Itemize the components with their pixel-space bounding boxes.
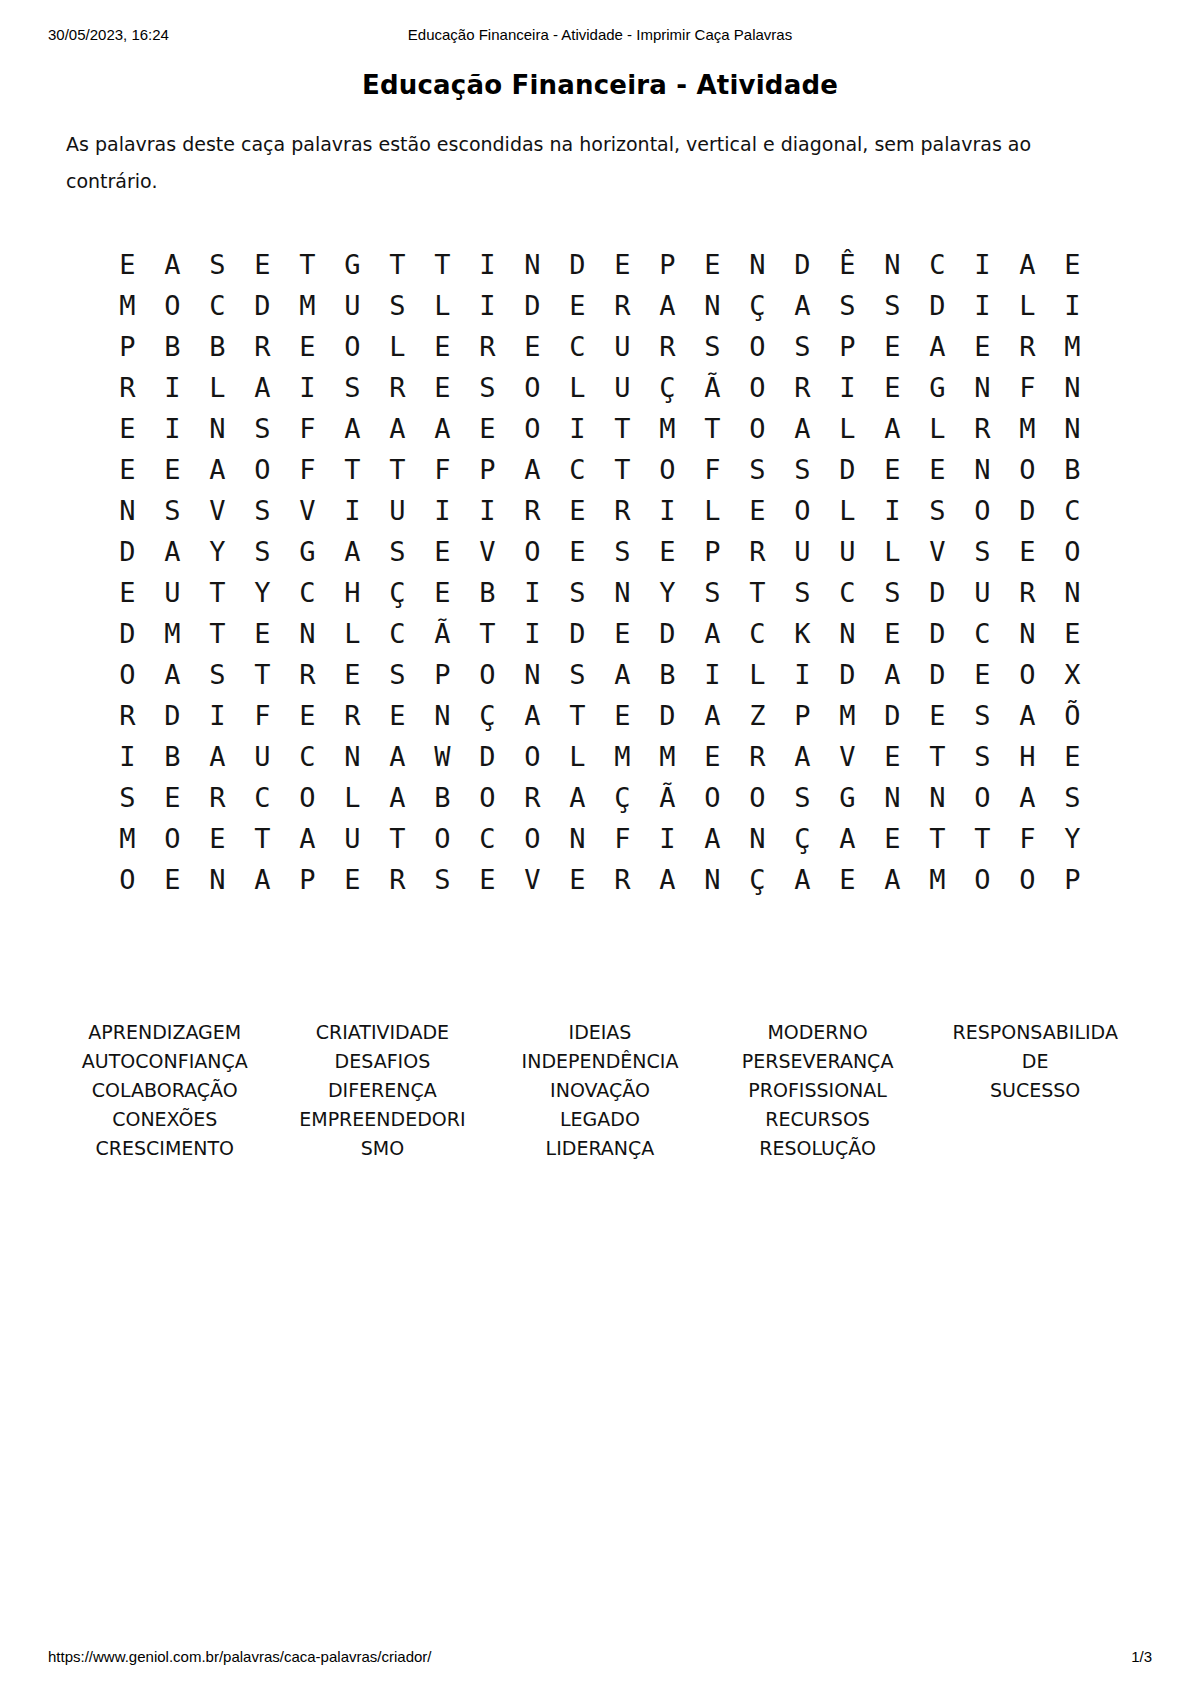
- grid-cell: D: [915, 572, 960, 613]
- grid-cell: T: [960, 818, 1005, 859]
- word-list-column: IDEIASINDEPENDÊNCIAINOVAÇÃOLEGADOLIDERAN…: [491, 1018, 709, 1163]
- word: DESAFIOS: [274, 1047, 492, 1076]
- instructions-line-1: As palavras deste caça palavras estão es…: [66, 126, 1134, 163]
- grid-cell: E: [915, 695, 960, 736]
- grid-cell: O: [105, 654, 150, 695]
- grid-cell: R: [780, 367, 825, 408]
- grid-cell: I: [465, 285, 510, 326]
- grid-cell: S: [870, 285, 915, 326]
- grid-cell: T: [420, 244, 465, 285]
- grid-cell: S: [780, 449, 825, 490]
- grid-cell: E: [915, 449, 960, 490]
- grid-cell: M: [285, 285, 330, 326]
- grid-cell: Ç: [735, 859, 780, 900]
- grid-cell: D: [105, 613, 150, 654]
- grid-cell: C: [555, 449, 600, 490]
- grid-cell: A: [780, 408, 825, 449]
- grid-cell: I: [825, 367, 870, 408]
- grid-cell: N: [510, 244, 555, 285]
- grid-cell: V: [825, 736, 870, 777]
- grid-cell: E: [870, 736, 915, 777]
- grid-cell: O: [150, 818, 195, 859]
- grid-cell: E: [150, 449, 195, 490]
- grid-cell: S: [375, 285, 420, 326]
- grid-cell: E: [420, 367, 465, 408]
- grid-cell: T: [915, 818, 960, 859]
- grid-cell: T: [330, 449, 375, 490]
- grid-cell: E: [600, 695, 645, 736]
- grid-cell: C: [285, 736, 330, 777]
- grid-cell: G: [285, 531, 330, 572]
- grid-cell: T: [600, 449, 645, 490]
- grid-cell: T: [735, 572, 780, 613]
- grid-cell: O: [735, 326, 780, 367]
- grid-cell: E: [690, 736, 735, 777]
- grid-cell: A: [1005, 695, 1050, 736]
- word: SUCESSO: [926, 1076, 1144, 1105]
- grid-cell: T: [600, 408, 645, 449]
- grid-cell: Y: [645, 572, 690, 613]
- word: CRIATIVIDADE: [274, 1018, 492, 1047]
- grid-cell: F: [1005, 367, 1050, 408]
- grid-cell: T: [195, 572, 240, 613]
- word: EMPREENDEDORI: [274, 1105, 492, 1134]
- grid-cell: S: [240, 531, 285, 572]
- grid-cell: I: [870, 490, 915, 531]
- grid-cell: M: [825, 695, 870, 736]
- grid-cell: E: [375, 695, 420, 736]
- grid-cell: E: [870, 818, 915, 859]
- grid-cell: P: [285, 859, 330, 900]
- grid-cell: I: [645, 490, 690, 531]
- grid-cell: L: [555, 736, 600, 777]
- grid-cell: A: [150, 244, 195, 285]
- grid-cell: O: [735, 408, 780, 449]
- grid-cell: A: [240, 859, 285, 900]
- grid-cell: N: [195, 859, 240, 900]
- grid-cell: C: [555, 326, 600, 367]
- word: INOVAÇÃO: [491, 1076, 709, 1105]
- word-list-column: APRENDIZAGEMAUTOCONFIANÇACOLABORAÇÃOCONE…: [56, 1018, 274, 1163]
- grid-cell: D: [1005, 490, 1050, 531]
- grid-cell: E: [600, 244, 645, 285]
- grid-cell: O: [285, 777, 330, 818]
- grid-cell: N: [330, 736, 375, 777]
- grid-cell: E: [555, 531, 600, 572]
- grid-cell: R: [645, 326, 690, 367]
- grid-cell: P: [825, 326, 870, 367]
- grid-cell: A: [600, 654, 645, 695]
- grid-cell: R: [1005, 572, 1050, 613]
- page-title: Educação Financeira - Atividade: [0, 0, 1200, 100]
- grid-cell: A: [780, 736, 825, 777]
- grid-cell: N: [420, 695, 465, 736]
- grid-cell: D: [555, 244, 600, 285]
- grid-cell: P: [645, 244, 690, 285]
- grid-cell: D: [105, 531, 150, 572]
- grid-cell: O: [420, 818, 465, 859]
- grid-cell: L: [330, 777, 375, 818]
- grid-cell: Y: [1050, 818, 1095, 859]
- grid-cell: A: [1005, 777, 1050, 818]
- grid-cell: N: [195, 408, 240, 449]
- grid-cell: R: [510, 490, 555, 531]
- grid-cell: U: [150, 572, 195, 613]
- grid-cell: A: [645, 285, 690, 326]
- grid-cell: O: [240, 449, 285, 490]
- grid-cell: D: [150, 695, 195, 736]
- grid-cell: S: [195, 654, 240, 695]
- grid-cell: R: [195, 777, 240, 818]
- grid-cell: F: [420, 449, 465, 490]
- grid-cell: S: [1050, 777, 1095, 818]
- grid-cell: V: [465, 531, 510, 572]
- grid-cell: L: [870, 531, 915, 572]
- grid-cell: A: [375, 777, 420, 818]
- word-list-column: MODERNOPERSEVERANÇAPROFISSIONALRECURSOSR…: [709, 1018, 927, 1163]
- grid-cell: E: [1050, 736, 1095, 777]
- grid-cell: I: [510, 613, 555, 654]
- grid-cell: T: [690, 408, 735, 449]
- grid-cell: F: [285, 408, 330, 449]
- grid-cell: T: [465, 613, 510, 654]
- page-number: 1/3: [1131, 1648, 1152, 1665]
- grid-cell: N: [735, 818, 780, 859]
- grid-cell: S: [150, 490, 195, 531]
- grid-cell: K: [780, 613, 825, 654]
- word-list-column: RESPONSABILIDADESUCESSO: [926, 1018, 1144, 1163]
- grid-cell: I: [645, 818, 690, 859]
- grid-cell: C: [960, 613, 1005, 654]
- grid-cell: I: [150, 367, 195, 408]
- grid-cell: E: [870, 449, 915, 490]
- word: COLABORAÇÃO: [56, 1076, 274, 1105]
- grid-cell: C: [195, 285, 240, 326]
- grid-cell: O: [1005, 859, 1050, 900]
- grid-cell: Ç: [645, 367, 690, 408]
- word-list-column: CRIATIVIDADEDESAFIOSDIFERENÇAEMPREENDEDO…: [274, 1018, 492, 1163]
- grid-cell: Ã: [645, 777, 690, 818]
- grid-cell: A: [195, 736, 240, 777]
- word: RECURSOS: [709, 1105, 927, 1134]
- grid-cell: E: [420, 326, 465, 367]
- grid-cell: C: [825, 572, 870, 613]
- grid-cell: W: [420, 736, 465, 777]
- grid-cell: R: [600, 490, 645, 531]
- grid-cell: A: [780, 859, 825, 900]
- grid-cell: C: [465, 818, 510, 859]
- word: APRENDIZAGEM: [56, 1018, 274, 1047]
- grid-cell: A: [555, 777, 600, 818]
- grid-cell: R: [510, 777, 555, 818]
- grid-cell: I: [510, 572, 555, 613]
- grid-cell: E: [285, 326, 330, 367]
- grid-cell: E: [105, 244, 150, 285]
- letter-grid: EASETGTTINDEPENDÊNCIAEMOCDMUSLIDERANÇASS…: [105, 244, 1095, 900]
- grid-cell: G: [330, 244, 375, 285]
- grid-cell: N: [105, 490, 150, 531]
- grid-cell: T: [195, 613, 240, 654]
- grid-cell: N: [690, 285, 735, 326]
- grid-cell: S: [375, 531, 420, 572]
- grid-cell: S: [195, 244, 240, 285]
- grid-cell: S: [960, 695, 1005, 736]
- grid-cell: E: [825, 859, 870, 900]
- grid-cell: L: [690, 490, 735, 531]
- grid-cell: M: [915, 859, 960, 900]
- grid-cell: V: [285, 490, 330, 531]
- word: LEGADO: [491, 1105, 709, 1134]
- grid-cell: S: [690, 572, 735, 613]
- grid-cell: S: [240, 490, 285, 531]
- grid-cell: S: [330, 367, 375, 408]
- grid-cell: B: [195, 326, 240, 367]
- grid-cell: A: [375, 408, 420, 449]
- grid-cell: G: [915, 367, 960, 408]
- grid-cell: R: [1005, 326, 1050, 367]
- grid-cell: P: [780, 695, 825, 736]
- grid-cell: O: [150, 285, 195, 326]
- grid-cell: I: [960, 244, 1005, 285]
- grid-cell: C: [915, 244, 960, 285]
- grid-cell: R: [240, 326, 285, 367]
- grid-cell: U: [825, 531, 870, 572]
- grid-cell: O: [645, 449, 690, 490]
- grid-cell: V: [510, 859, 555, 900]
- grid-cell: E: [870, 326, 915, 367]
- grid-cell: E: [105, 408, 150, 449]
- grid-cell: R: [105, 695, 150, 736]
- grid-cell: S: [555, 654, 600, 695]
- grid-cell: E: [420, 572, 465, 613]
- grid-cell: E: [960, 326, 1005, 367]
- grid-cell: T: [375, 244, 420, 285]
- grid-cell: E: [285, 695, 330, 736]
- grid-cell: R: [960, 408, 1005, 449]
- word: DE: [926, 1047, 1144, 1076]
- grid-cell: S: [960, 531, 1005, 572]
- grid-cell: N: [825, 613, 870, 654]
- grid-cell: I: [465, 244, 510, 285]
- grid-cell: H: [1005, 736, 1050, 777]
- grid-cell: A: [420, 408, 465, 449]
- grid-cell: F: [600, 818, 645, 859]
- grid-cell: O: [330, 326, 375, 367]
- grid-cell: E: [240, 244, 285, 285]
- grid-cell: L: [330, 613, 375, 654]
- grid-cell: S: [375, 654, 420, 695]
- grid-cell: N: [870, 244, 915, 285]
- grid-cell: A: [330, 408, 375, 449]
- grid-cell: S: [690, 326, 735, 367]
- print-header: 30/05/2023, 16:24 Educação Financeira - …: [48, 26, 1152, 46]
- grid-cell: S: [915, 490, 960, 531]
- grid-cell: L: [915, 408, 960, 449]
- grid-cell: N: [1050, 367, 1095, 408]
- grid-cell: A: [510, 695, 555, 736]
- grid-cell: D: [825, 654, 870, 695]
- grid-cell: L: [825, 490, 870, 531]
- grid-cell: X: [1050, 654, 1095, 695]
- grid-cell: Õ: [1050, 695, 1095, 736]
- grid-cell: E: [735, 490, 780, 531]
- grid-cell: R: [600, 859, 645, 900]
- grid-cell: I: [330, 490, 375, 531]
- grid-cell: T: [915, 736, 960, 777]
- grid-cell: A: [375, 736, 420, 777]
- grid-cell: N: [915, 777, 960, 818]
- grid-cell: C: [375, 613, 420, 654]
- grid-cell: O: [1050, 531, 1095, 572]
- grid-cell: H: [330, 572, 375, 613]
- grid-cell: N: [1050, 572, 1095, 613]
- grid-cell: E: [150, 777, 195, 818]
- grid-cell: N: [510, 654, 555, 695]
- grid-cell: E: [330, 654, 375, 695]
- word: SMO: [274, 1134, 492, 1163]
- grid-cell: Z: [735, 695, 780, 736]
- grid-cell: E: [465, 408, 510, 449]
- word: RESPONSABILIDA: [926, 1018, 1144, 1047]
- grid-cell: T: [375, 449, 420, 490]
- grid-cell: A: [330, 531, 375, 572]
- grid-cell: E: [150, 859, 195, 900]
- grid-cell: I: [690, 654, 735, 695]
- grid-cell: Ê: [825, 244, 870, 285]
- grid-cell: Ç: [465, 695, 510, 736]
- grid-cell: N: [555, 818, 600, 859]
- grid-cell: B: [150, 736, 195, 777]
- print-doc-title: Educação Financeira - Atividade - Imprim…: [48, 26, 1152, 43]
- grid-cell: N: [690, 859, 735, 900]
- grid-cell: O: [510, 367, 555, 408]
- grid-cell: M: [600, 736, 645, 777]
- grid-cell: E: [555, 285, 600, 326]
- grid-cell: I: [285, 367, 330, 408]
- grid-cell: Ç: [375, 572, 420, 613]
- grid-cell: B: [645, 654, 690, 695]
- grid-cell: G: [825, 777, 870, 818]
- grid-cell: E: [645, 531, 690, 572]
- grid-cell: M: [645, 408, 690, 449]
- grid-cell: O: [1005, 654, 1050, 695]
- grid-cell: A: [1005, 244, 1050, 285]
- grid-cell: Ã: [420, 613, 465, 654]
- grid-cell: N: [960, 449, 1005, 490]
- grid-cell: S: [600, 531, 645, 572]
- word: CRESCIMENTO: [56, 1134, 274, 1163]
- grid-cell: O: [1005, 449, 1050, 490]
- word: CONEXÕES: [56, 1105, 274, 1134]
- grid-cell: R: [600, 285, 645, 326]
- grid-cell: S: [420, 859, 465, 900]
- grid-cell: S: [735, 449, 780, 490]
- grid-cell: Y: [240, 572, 285, 613]
- grid-cell: U: [960, 572, 1005, 613]
- grid-cell: I: [465, 490, 510, 531]
- grid-cell: A: [150, 531, 195, 572]
- grid-cell: U: [600, 326, 645, 367]
- grid-cell: S: [105, 777, 150, 818]
- grid-cell: P: [690, 531, 735, 572]
- grid-cell: O: [960, 490, 1005, 531]
- grid-cell: N: [1005, 613, 1050, 654]
- grid-cell: T: [375, 818, 420, 859]
- grid-cell: C: [240, 777, 285, 818]
- grid-cell: E: [105, 572, 150, 613]
- grid-cell: M: [105, 285, 150, 326]
- grid-cell: L: [1005, 285, 1050, 326]
- grid-cell: E: [195, 818, 240, 859]
- grid-cell: D: [465, 736, 510, 777]
- grid-cell: Ç: [600, 777, 645, 818]
- grid-cell: E: [555, 490, 600, 531]
- grid-cell: B: [465, 572, 510, 613]
- grid-cell: O: [735, 367, 780, 408]
- grid-cell: Ã: [690, 367, 735, 408]
- grid-cell: P: [420, 654, 465, 695]
- grid-cell: T: [555, 695, 600, 736]
- grid-cell: S: [780, 326, 825, 367]
- grid-cell: D: [240, 285, 285, 326]
- grid-cell: E: [870, 613, 915, 654]
- grid-cell: A: [240, 367, 285, 408]
- grid-cell: E: [870, 367, 915, 408]
- grid-cell: B: [150, 326, 195, 367]
- grid-cell: S: [960, 736, 1005, 777]
- grid-cell: M: [1005, 408, 1050, 449]
- grid-cell: T: [240, 818, 285, 859]
- grid-cell: O: [960, 777, 1005, 818]
- grid-cell: I: [1050, 285, 1095, 326]
- grid-cell: L: [825, 408, 870, 449]
- grid-cell: I: [105, 736, 150, 777]
- grid-cell: N: [600, 572, 645, 613]
- grid-cell: L: [195, 367, 240, 408]
- grid-cell: E: [690, 244, 735, 285]
- grid-cell: E: [420, 531, 465, 572]
- grid-cell: F: [240, 695, 285, 736]
- grid-cell: E: [1050, 244, 1095, 285]
- grid-cell: B: [420, 777, 465, 818]
- grid-cell: L: [375, 326, 420, 367]
- grid-cell: N: [870, 777, 915, 818]
- grid-cell: F: [285, 449, 330, 490]
- grid-cell: D: [645, 695, 690, 736]
- grid-cell: O: [465, 777, 510, 818]
- grid-cell: I: [420, 490, 465, 531]
- grid-cell: E: [465, 859, 510, 900]
- grid-cell: S: [780, 777, 825, 818]
- grid-cell: F: [1005, 818, 1050, 859]
- grid-cell: L: [735, 654, 780, 695]
- grid-cell: M: [105, 818, 150, 859]
- grid-cell: E: [960, 654, 1005, 695]
- grid-cell: E: [105, 449, 150, 490]
- grid-cell: D: [645, 613, 690, 654]
- word: AUTOCONFIANÇA: [56, 1047, 274, 1076]
- grid-cell: U: [780, 531, 825, 572]
- grid-cell: L: [420, 285, 465, 326]
- grid-cell: M: [645, 736, 690, 777]
- grid-cell: F: [690, 449, 735, 490]
- grid-cell: Ç: [735, 285, 780, 326]
- word: PERSEVERANÇA: [709, 1047, 927, 1076]
- grid-cell: E: [330, 859, 375, 900]
- grid-cell: R: [330, 695, 375, 736]
- grid-cell: S: [870, 572, 915, 613]
- grid-cell: D: [555, 613, 600, 654]
